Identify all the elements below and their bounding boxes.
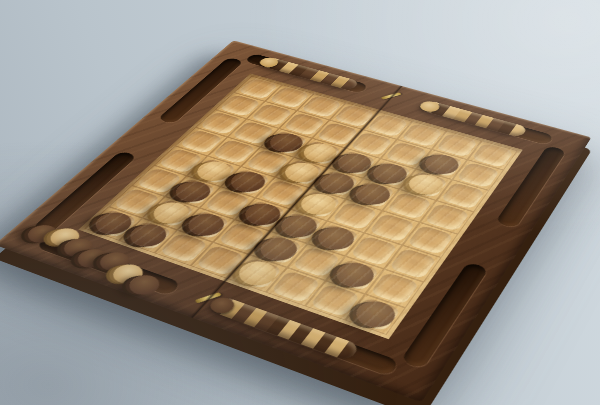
disc-dark[interactable]	[350, 297, 401, 332]
loose-coin-light-6[interactable]	[107, 261, 148, 287]
disc-dark[interactable]	[123, 221, 173, 251]
cell-r8c4[interactable]	[190, 242, 249, 279]
brass-pin-bottom	[195, 292, 222, 303]
cell-r8c2[interactable]	[119, 218, 178, 253]
tray-groove-bottom-left	[35, 235, 182, 296]
cell-r8c8[interactable]	[345, 294, 406, 335]
cell-r6c7[interactable]	[345, 233, 402, 269]
othello-board	[0, 40, 592, 402]
cell-r4c7[interactable]	[382, 189, 436, 222]
cell-r6c3[interactable]	[200, 187, 256, 220]
loose-coin-light-2[interactable]	[45, 225, 85, 249]
cell-r7c2[interactable]	[143, 196, 200, 230]
cell-r6c5[interactable]	[271, 209, 327, 243]
cell-r5c8[interactable]	[402, 222, 458, 257]
photo-scene	[0, 0, 600, 405]
disc-dark[interactable]	[254, 234, 303, 265]
loose-coin-dark-4[interactable]	[72, 246, 113, 271]
cell-r5c7[interactable]	[364, 211, 419, 246]
cell-r8c7[interactable]	[305, 281, 365, 321]
loose-coin-dark-5[interactable]	[94, 249, 135, 274]
disc-dark[interactable]	[182, 210, 231, 239]
loose-coin-dark-1[interactable]	[22, 222, 62, 246]
tray-groove-left-bottom	[31, 151, 138, 235]
cell-r7c7[interactable]	[326, 256, 385, 294]
cell-r7c4[interactable]	[213, 219, 271, 254]
cell-r8c3[interactable]	[154, 230, 213, 266]
disc-light[interactable]	[232, 257, 283, 289]
cell-r6c4[interactable]	[235, 198, 291, 232]
cell-r8c5[interactable]	[228, 255, 288, 293]
stack-end-coin-face	[417, 100, 442, 114]
loose-coin-dark-3[interactable]	[58, 236, 99, 260]
disc-dark[interactable]	[312, 223, 360, 253]
tray-groove-right-bottom	[400, 262, 489, 369]
cell-r5c6[interactable]	[327, 199, 382, 233]
cell-r7c3[interactable]	[177, 208, 234, 242]
cell-r6c8[interactable]	[384, 245, 441, 282]
cell-r8c6[interactable]	[266, 267, 326, 306]
walnut-frame	[0, 40, 592, 402]
loose-coin-dark-7[interactable]	[123, 272, 165, 298]
cell-r5c5[interactable]	[291, 188, 346, 221]
disc-light[interactable]	[147, 199, 195, 227]
cell-r7c8[interactable]	[365, 269, 424, 308]
cell-r7c5[interactable]	[250, 231, 308, 267]
cell-r7c1[interactable]	[109, 185, 166, 218]
stack-end-coin-face	[206, 295, 238, 316]
cell-r8c1[interactable]	[84, 206, 142, 240]
cell-r6c6[interactable]	[308, 221, 365, 256]
disc-light[interactable]	[295, 190, 342, 218]
disc-dark[interactable]	[239, 200, 287, 229]
disc-dark[interactable]	[275, 212, 323, 241]
brass-pin-top	[381, 92, 402, 99]
cell-r4c8[interactable]	[420, 201, 474, 235]
disc-stack-bottom[interactable]	[209, 296, 360, 362]
disc-dark[interactable]	[89, 209, 138, 238]
disc-dark[interactable]	[330, 259, 380, 291]
cell-r7c6[interactable]	[287, 244, 345, 281]
